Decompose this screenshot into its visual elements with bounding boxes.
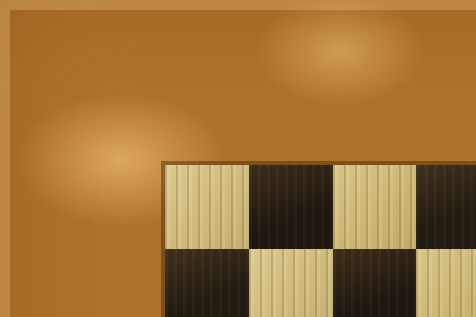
photo-background [0,0,476,317]
square-r0c1 [249,165,333,249]
square-r1c0 [165,249,249,317]
square-r1c2 [333,249,417,317]
square-r0c0 [165,165,249,249]
square-r0c2 [333,165,417,249]
square-r1c3 [416,249,476,317]
checkerboard [165,165,476,317]
square-r1c1 [249,249,333,317]
chess-board [0,0,476,317]
square-r0c3 [416,165,476,249]
